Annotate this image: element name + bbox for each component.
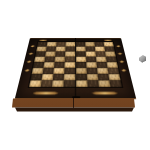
side-fold-seam <box>73 98 75 108</box>
gold-inlay-right-border <box>116 45 120 48</box>
gold-inlay-right-border <box>121 69 126 72</box>
square-b6 <box>45 51 56 56</box>
square-f8 <box>85 42 95 47</box>
gold-inlay-left-border <box>27 60 32 63</box>
square-f6 <box>85 51 95 56</box>
gold-inlay-left-border <box>25 69 30 72</box>
square-e2 <box>76 74 87 80</box>
fold-seam-line <box>74 38 76 99</box>
square-e1 <box>76 80 88 87</box>
photo-scene <box>0 0 150 150</box>
square-h8 <box>103 42 113 47</box>
square-c8 <box>56 42 66 47</box>
gold-medallion-bottom-right <box>92 92 118 95</box>
gold-inlay-right-border <box>118 52 123 55</box>
square-g1 <box>98 80 110 87</box>
gold-inlay-top-right <box>104 39 111 40</box>
square-f1 <box>87 80 99 87</box>
gold-inlay-right-border <box>119 60 124 63</box>
gold-inlay-left-border <box>29 52 34 55</box>
square-f2 <box>86 74 98 80</box>
gold-inlay-top-left <box>40 39 47 40</box>
square-h1 <box>109 80 122 87</box>
square-c5 <box>55 57 66 62</box>
chess-board <box>15 38 137 99</box>
gold-inlay-left-border <box>30 45 34 48</box>
square-a4 <box>33 62 44 68</box>
metal-clasp <box>139 55 146 63</box>
gold-medallion-bottom-left <box>32 92 58 95</box>
square-c1 <box>52 80 64 87</box>
square-e8 <box>76 42 86 47</box>
square-h6 <box>105 51 116 56</box>
square-b1 <box>41 80 53 87</box>
square-h3 <box>107 68 119 74</box>
square-c3 <box>54 68 65 74</box>
